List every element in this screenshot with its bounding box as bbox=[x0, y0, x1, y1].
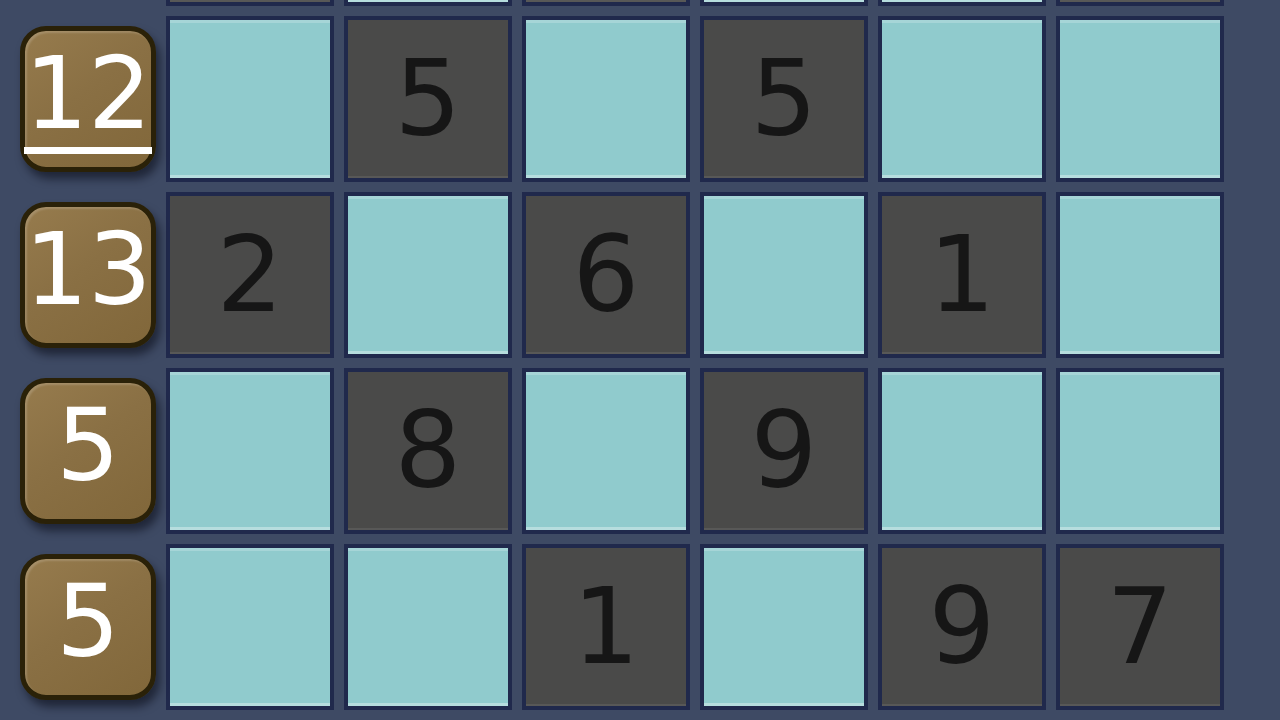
grid-cell-r3c1[interactable] bbox=[166, 368, 334, 534]
grid-cell-r3c4[interactable]: 9 bbox=[700, 368, 868, 534]
grid-cell-r3c5[interactable] bbox=[878, 368, 1046, 534]
grid-cell-r3c3[interactable] bbox=[522, 368, 690, 534]
cell-number: 6 bbox=[573, 223, 640, 328]
cell-number: 5 bbox=[751, 47, 818, 152]
cell-number: 9 bbox=[929, 575, 996, 680]
grid-cell-r4c2[interactable] bbox=[344, 544, 512, 710]
grid-cell-r2c5[interactable]: 1 bbox=[878, 192, 1046, 358]
grid-cell-r1c1[interactable] bbox=[166, 16, 334, 182]
grid-cell-r1c4[interactable]: 5 bbox=[700, 16, 868, 182]
cell-number: 2 bbox=[217, 223, 284, 328]
row-sum-clue-value: 13 bbox=[24, 220, 151, 330]
row-sum-clue-value: 5 bbox=[56, 572, 120, 682]
cell-number: 8 bbox=[395, 399, 462, 504]
grid-cell-r3c2[interactable]: 8 bbox=[344, 368, 512, 534]
row-sum-clue-value: 5 bbox=[56, 396, 120, 506]
grid-cell-r3c6[interactable] bbox=[1056, 368, 1224, 534]
grid-cell-r2c3[interactable]: 6 bbox=[522, 192, 690, 358]
grid-cell-cutoff-r0c2[interactable] bbox=[344, 0, 512, 6]
grid-cell-r1c6[interactable] bbox=[1056, 16, 1224, 182]
grid-cell-r4c3[interactable]: 1 bbox=[522, 544, 690, 710]
grid-cell-cutoff-r0c4[interactable] bbox=[700, 0, 868, 6]
grid-cell-r1c2[interactable]: 5 bbox=[344, 16, 512, 182]
grid-cell-r2c4[interactable] bbox=[700, 192, 868, 358]
grid-cell-r2c1[interactable]: 2 bbox=[166, 192, 334, 358]
grid-cell-r2c2[interactable] bbox=[344, 192, 512, 358]
grid-cell-r4c6[interactable]: 7 bbox=[1056, 544, 1224, 710]
grid-cell-cutoff-r0c3[interactable] bbox=[522, 0, 690, 6]
grid-cell-r1c3[interactable] bbox=[522, 16, 690, 182]
grid-cell-r2c6[interactable] bbox=[1056, 192, 1224, 358]
cell-number: 5 bbox=[395, 47, 462, 152]
row-sum-clue-value: 12 bbox=[24, 44, 151, 154]
grid-cell-r4c1[interactable] bbox=[166, 544, 334, 710]
row-sum-clue-3[interactable]: 5 bbox=[20, 378, 156, 524]
grid-cell-r4c5[interactable]: 9 bbox=[878, 544, 1046, 710]
cell-number: 1 bbox=[573, 575, 640, 680]
cell-number: 7 bbox=[1107, 575, 1174, 680]
cell-number: 1 bbox=[929, 223, 996, 328]
grid-cell-cutoff-r0c1[interactable] bbox=[166, 0, 334, 6]
grid-cell-r1c5[interactable] bbox=[878, 16, 1046, 182]
row-sum-clue-1[interactable]: 12 bbox=[20, 26, 156, 172]
row-sum-clue-4[interactable]: 5 bbox=[20, 554, 156, 700]
cell-number: 9 bbox=[751, 399, 818, 504]
grid-cell-cutoff-r0c5[interactable] bbox=[878, 0, 1046, 6]
row-sum-clue-2[interactable]: 13 bbox=[20, 202, 156, 348]
number-grid: 5526189197 bbox=[166, 0, 1224, 710]
grid-cell-cutoff-r0c6[interactable] bbox=[1056, 0, 1224, 6]
grid-cell-r4c4[interactable] bbox=[700, 544, 868, 710]
